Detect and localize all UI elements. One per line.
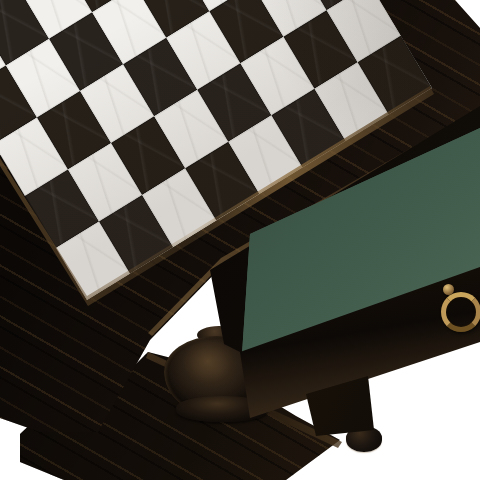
photo-stage [0,0,480,480]
brass-ring-pull-icon [441,292,480,332]
